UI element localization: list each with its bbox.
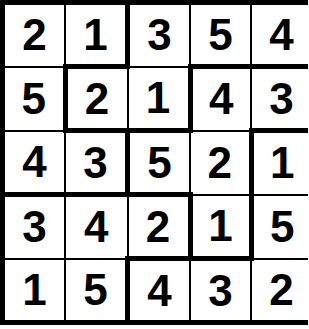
- board-row-4: 3 4 2 1 5: [3, 195, 309, 259]
- board-row-5: 1 5 4 3 2: [3, 259, 309, 323]
- cell-r4c5: 5: [251, 195, 308, 259]
- cell-r2c1: 5: [3, 67, 66, 131]
- cell-r4c2: 4: [65, 195, 128, 259]
- cell-r5c2: 5: [65, 259, 128, 323]
- cell-r3c2: 3: [65, 131, 128, 195]
- cell-r3c5: 1: [251, 131, 308, 195]
- board-row-1: 2 1 3 5 4: [3, 3, 309, 67]
- cell-r5c5: 2: [251, 259, 308, 323]
- cell-r1c2: 1: [65, 3, 128, 67]
- cell-r5c3: 4: [128, 259, 191, 323]
- cell-r3c1: 4: [3, 131, 66, 195]
- board-row-2: 5 2 1 4 3: [3, 67, 309, 131]
- cell-r4c3: 2: [128, 195, 191, 259]
- cell-r4c1: 3: [3, 195, 66, 259]
- cell-r2c2: 2: [65, 67, 128, 131]
- cell-r5c4: 3: [190, 259, 251, 323]
- cell-r3c4: 2: [190, 131, 251, 195]
- cell-r1c3: 3: [128, 3, 191, 67]
- cell-r1c5: 4: [251, 3, 308, 67]
- puzzle-page: 2 1 3 5 4 5 2 1 4 3 4 3 5 2 1 3 4 2 1 5: [0, 0, 308, 329]
- cell-r4c4: 1: [190, 195, 251, 259]
- sudoku-board: 2 1 3 5 4 5 2 1 4 3 4 3 5 2 1 3 4 2 1 5: [0, 0, 308, 325]
- cell-r3c3: 5: [128, 131, 191, 195]
- cell-r2c5: 3: [251, 67, 308, 131]
- cell-r2c4: 4: [190, 67, 251, 131]
- cell-r1c4: 5: [190, 3, 251, 67]
- cell-r2c3: 1: [128, 67, 191, 131]
- cell-r5c1: 1: [3, 259, 66, 323]
- cell-r1c1: 2: [3, 3, 66, 67]
- board-row-3: 4 3 5 2 1: [3, 131, 309, 195]
